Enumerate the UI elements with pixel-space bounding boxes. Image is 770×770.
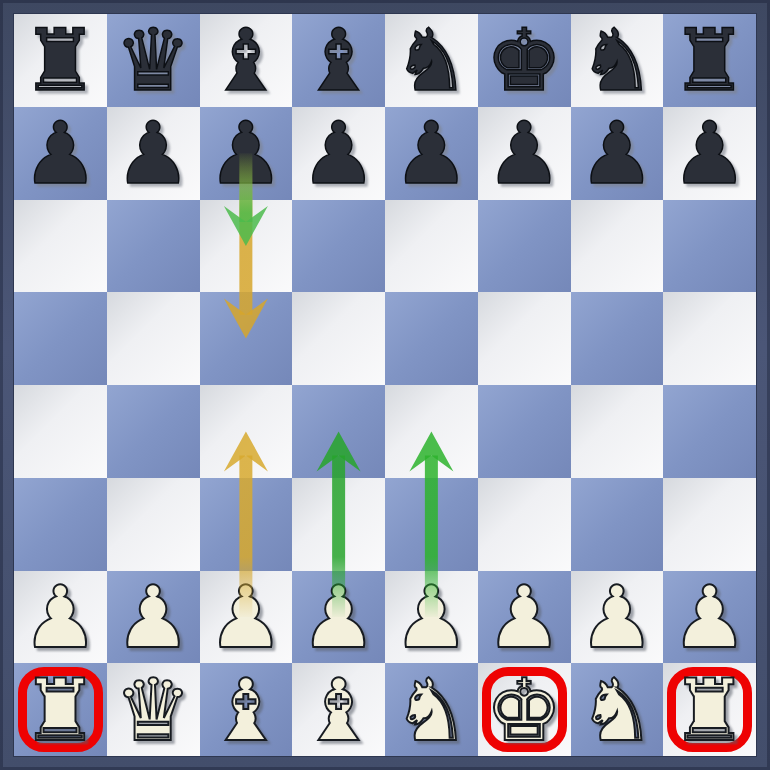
square-h8[interactable]: ♜ — [663, 14, 756, 107]
square-b1[interactable]: ♛ — [107, 663, 200, 756]
square-c6[interactable] — [200, 200, 293, 293]
square-a4[interactable] — [14, 385, 107, 478]
white-bishop[interactable]: ♝ — [207, 664, 284, 756]
square-f8[interactable]: ♚ — [478, 14, 571, 107]
square-d1[interactable]: ♝ — [292, 663, 385, 756]
square-e3[interactable] — [385, 478, 478, 571]
white-pawn[interactable]: ♟ — [300, 571, 377, 663]
square-d7[interactable]: ♟ — [292, 107, 385, 200]
square-a6[interactable] — [14, 200, 107, 293]
square-a5[interactable] — [14, 292, 107, 385]
white-pawn[interactable]: ♟ — [22, 571, 99, 663]
square-f1[interactable]: ♚ — [478, 663, 571, 756]
white-knight[interactable]: ♞ — [393, 664, 470, 756]
black-bishop[interactable]: ♝ — [300, 14, 377, 106]
square-b4[interactable] — [107, 385, 200, 478]
black-pawn[interactable]: ♟ — [671, 107, 748, 199]
square-f7[interactable]: ♟ — [478, 107, 571, 200]
black-knight[interactable]: ♞ — [393, 14, 470, 106]
square-b7[interactable]: ♟ — [107, 107, 200, 200]
square-c5[interactable] — [200, 292, 293, 385]
white-pawn[interactable]: ♟ — [207, 571, 284, 663]
square-b6[interactable] — [107, 200, 200, 293]
chess-board: ♜♛♝♝♞♚♞♜♟♟♟♟♟♟♟♟♟♟♟♟♟♟♟♟♜♛♝♝♞♚♞♜ — [14, 14, 756, 756]
square-d5[interactable] — [292, 292, 385, 385]
black-rook[interactable]: ♜ — [22, 14, 99, 106]
square-b3[interactable] — [107, 478, 200, 571]
square-g2[interactable]: ♟ — [571, 571, 664, 664]
black-bishop[interactable]: ♝ — [207, 14, 284, 106]
square-a8[interactable]: ♜ — [14, 14, 107, 107]
square-c2[interactable]: ♟ — [200, 571, 293, 664]
square-e7[interactable]: ♟ — [385, 107, 478, 200]
square-h4[interactable] — [663, 385, 756, 478]
white-pawn[interactable]: ♟ — [486, 571, 563, 663]
square-g3[interactable] — [571, 478, 664, 571]
white-rook[interactable]: ♜ — [22, 664, 99, 756]
white-pawn[interactable]: ♟ — [671, 571, 748, 663]
chess-board-frame: ♜♛♝♝♞♚♞♜♟♟♟♟♟♟♟♟♟♟♟♟♟♟♟♟♜♛♝♝♞♚♞♜ — [0, 0, 770, 770]
square-g1[interactable]: ♞ — [571, 663, 664, 756]
square-h7[interactable]: ♟ — [663, 107, 756, 200]
black-pawn[interactable]: ♟ — [486, 107, 563, 199]
white-pawn[interactable]: ♟ — [393, 571, 470, 663]
square-d3[interactable] — [292, 478, 385, 571]
black-knight[interactable]: ♞ — [578, 14, 655, 106]
black-pawn[interactable]: ♟ — [22, 107, 99, 199]
square-f3[interactable] — [478, 478, 571, 571]
square-c7[interactable]: ♟ — [200, 107, 293, 200]
square-g8[interactable]: ♞ — [571, 14, 664, 107]
square-a1[interactable]: ♜ — [14, 663, 107, 756]
square-f4[interactable] — [478, 385, 571, 478]
square-g7[interactable]: ♟ — [571, 107, 664, 200]
square-g4[interactable] — [571, 385, 664, 478]
black-rook[interactable]: ♜ — [671, 14, 748, 106]
white-bishop[interactable]: ♝ — [300, 664, 377, 756]
black-pawn[interactable]: ♟ — [393, 107, 470, 199]
square-f2[interactable]: ♟ — [478, 571, 571, 664]
white-rook[interactable]: ♜ — [671, 664, 748, 756]
square-e4[interactable] — [385, 385, 478, 478]
white-queen[interactable]: ♛ — [115, 664, 192, 756]
square-g6[interactable] — [571, 200, 664, 293]
square-e1[interactable]: ♞ — [385, 663, 478, 756]
square-d4[interactable] — [292, 385, 385, 478]
square-c3[interactable] — [200, 478, 293, 571]
black-pawn[interactable]: ♟ — [578, 107, 655, 199]
square-f5[interactable] — [478, 292, 571, 385]
black-pawn[interactable]: ♟ — [115, 107, 192, 199]
square-a7[interactable]: ♟ — [14, 107, 107, 200]
square-h5[interactable] — [663, 292, 756, 385]
square-e8[interactable]: ♞ — [385, 14, 478, 107]
square-e2[interactable]: ♟ — [385, 571, 478, 664]
black-king[interactable]: ♚ — [486, 14, 563, 106]
square-g5[interactable] — [571, 292, 664, 385]
square-f6[interactable] — [478, 200, 571, 293]
square-c4[interactable] — [200, 385, 293, 478]
square-a3[interactable] — [14, 478, 107, 571]
square-b2[interactable]: ♟ — [107, 571, 200, 664]
black-pawn[interactable]: ♟ — [300, 107, 377, 199]
square-h1[interactable]: ♜ — [663, 663, 756, 756]
square-c1[interactable]: ♝ — [200, 663, 293, 756]
square-h2[interactable]: ♟ — [663, 571, 756, 664]
white-king[interactable]: ♚ — [486, 664, 563, 756]
white-pawn[interactable]: ♟ — [115, 571, 192, 663]
square-d2[interactable]: ♟ — [292, 571, 385, 664]
square-e6[interactable] — [385, 200, 478, 293]
square-d6[interactable] — [292, 200, 385, 293]
white-knight[interactable]: ♞ — [578, 664, 655, 756]
black-pawn[interactable]: ♟ — [207, 107, 284, 199]
black-queen[interactable]: ♛ — [115, 14, 192, 106]
square-a2[interactable]: ♟ — [14, 571, 107, 664]
square-d8[interactable]: ♝ — [292, 14, 385, 107]
square-c8[interactable]: ♝ — [200, 14, 293, 107]
square-e5[interactable] — [385, 292, 478, 385]
square-b5[interactable] — [107, 292, 200, 385]
square-h6[interactable] — [663, 200, 756, 293]
white-pawn[interactable]: ♟ — [578, 571, 655, 663]
square-b8[interactable]: ♛ — [107, 14, 200, 107]
square-h3[interactable] — [663, 478, 756, 571]
